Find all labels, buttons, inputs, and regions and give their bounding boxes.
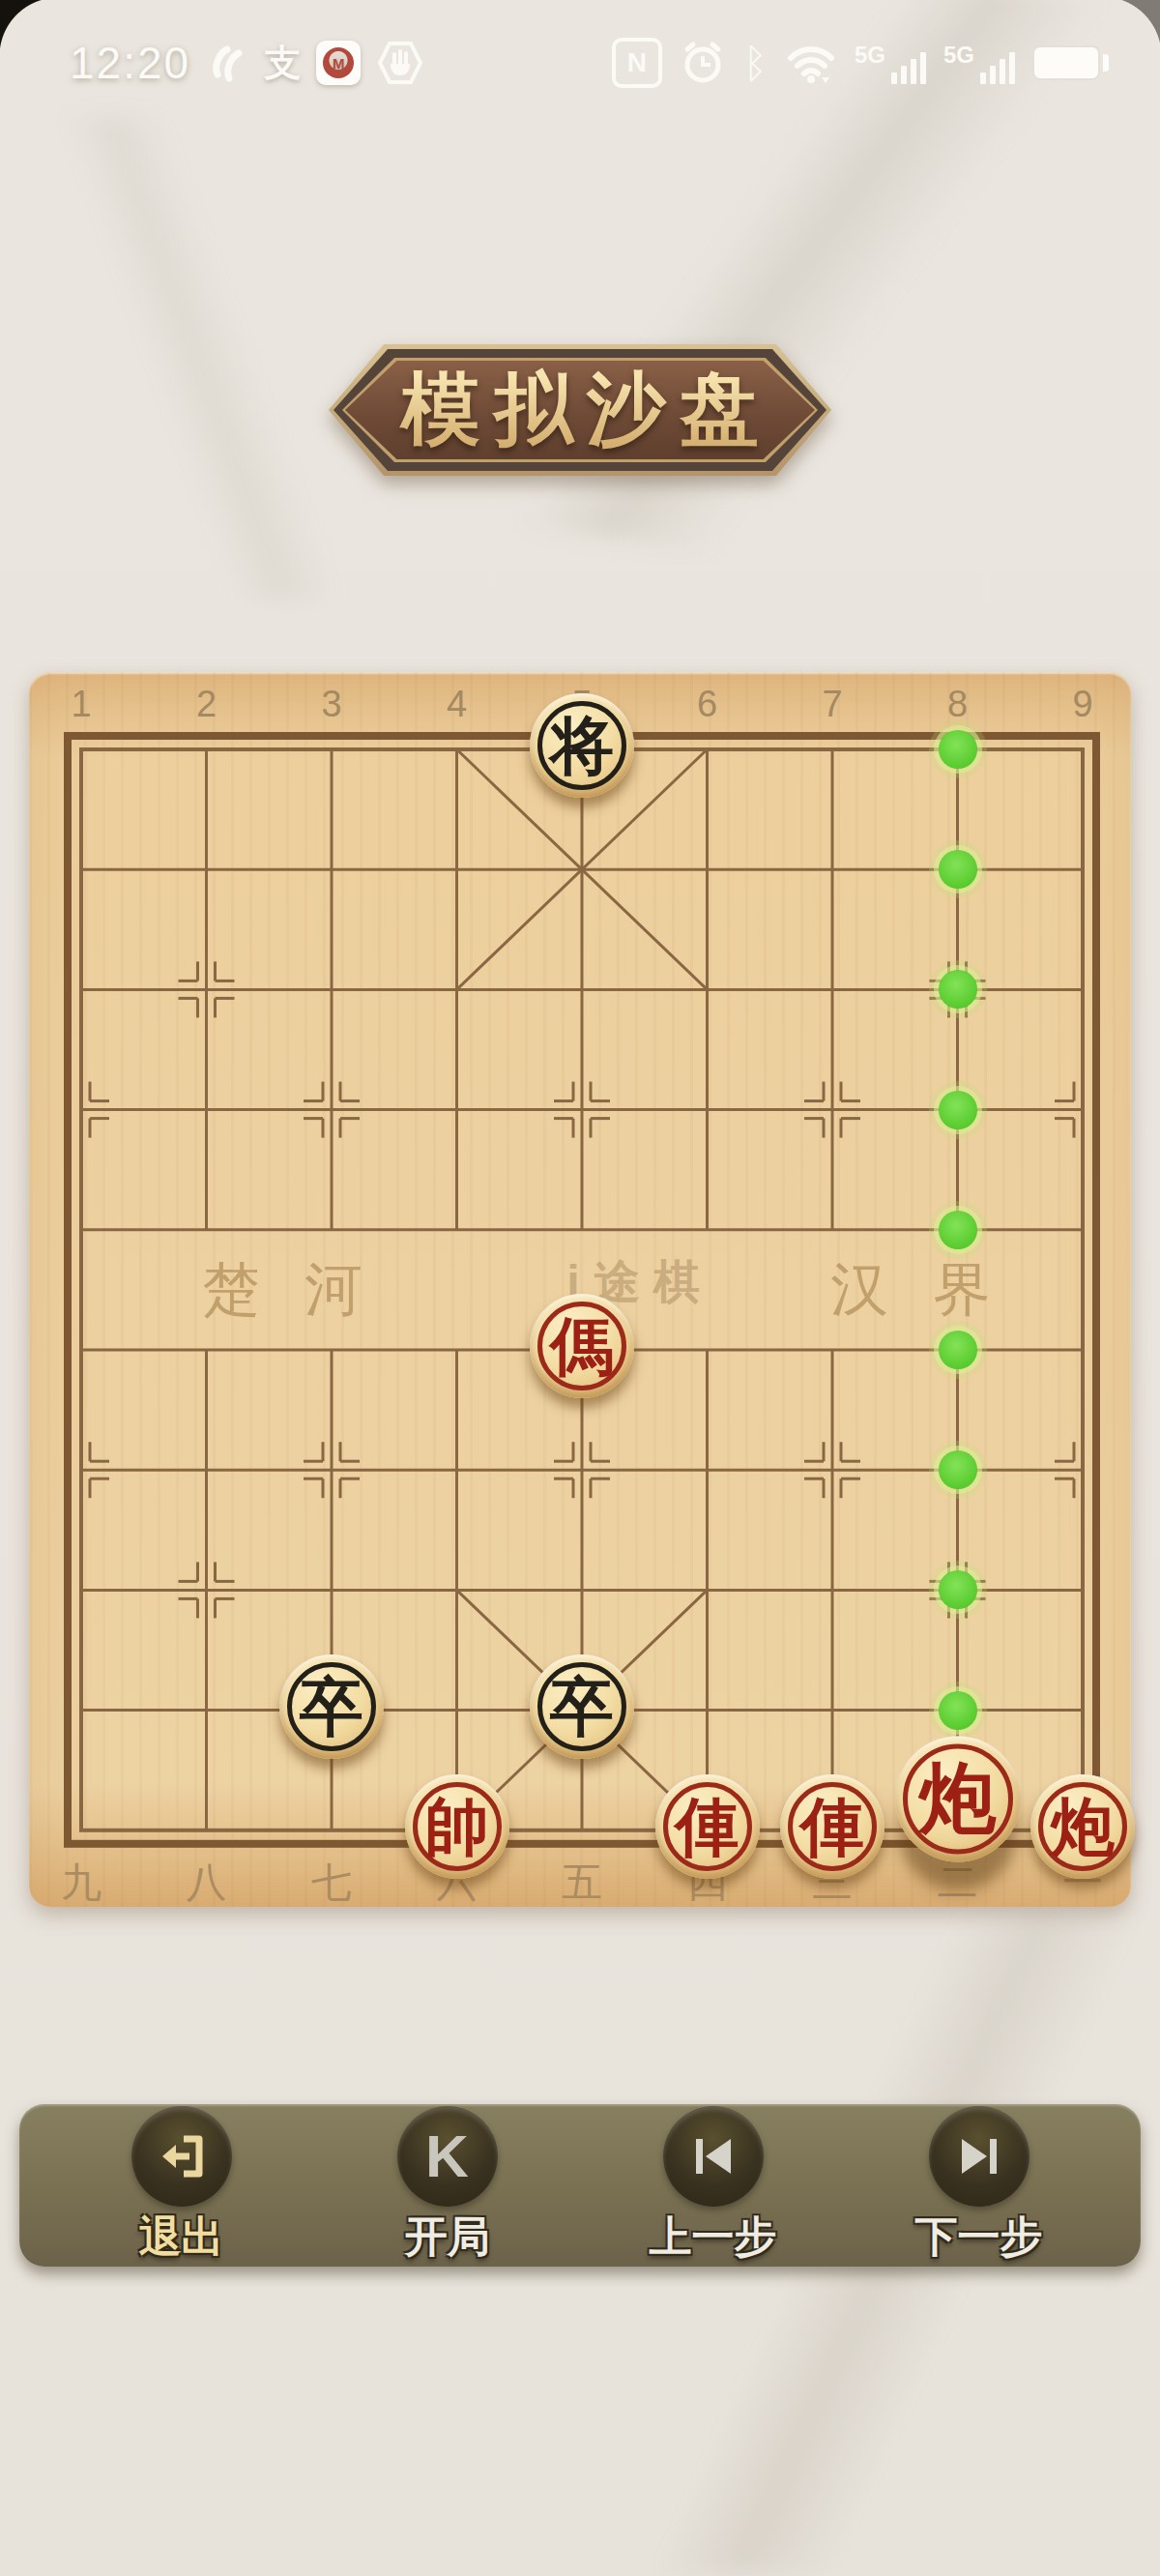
skip-to-start-icon: K: [397, 2106, 498, 2207]
move-hint-dot[interactable]: [939, 1211, 977, 1249]
piece-character: 炮: [919, 1760, 997, 1837]
bottom-toolbar: 退出K开局上一步下一步: [19, 2104, 1141, 2267]
move-hint-dot[interactable]: [939, 970, 977, 1009]
toolbar-button-step-back[interactable]: 上一步: [617, 2106, 810, 2266]
piece-character: 卒: [550, 1675, 614, 1739]
piece-character: 炮: [1051, 1795, 1115, 1859]
piece-character: 帥: [425, 1795, 489, 1859]
bluetooth-icon: ᛒ: [743, 40, 768, 87]
move-hint-dot[interactable]: [939, 1331, 977, 1369]
red-piece-帥[interactable]: 帥: [405, 1774, 509, 1879]
move-hint-dot[interactable]: [939, 1570, 977, 1609]
red-piece-炮-selected[interactable]: 炮: [895, 1736, 1021, 1861]
xiangqi-board[interactable]: 123456789九八七六五四三二一楚河汉界j途棋将傌卒卒帥俥俥炮炮: [29, 672, 1131, 1907]
phone-screen: 12:20 支 M N ᛒ 5G 5G: [0, 0, 1160, 2576]
toolbar-button-label: 上一步: [650, 2209, 777, 2266]
river-text-han-jie: 汉界: [786, 1250, 1035, 1329]
black-piece-卒[interactable]: 卒: [530, 1654, 634, 1759]
battery-icon: [1032, 45, 1100, 80]
piece-character: 卒: [300, 1675, 363, 1739]
page-title: 模拟沙盘: [329, 344, 831, 476]
red-piece-俥[interactable]: 俥: [780, 1774, 884, 1879]
wifi-icon: [785, 41, 837, 85]
river-text-chu-he: 楚河: [158, 1250, 407, 1329]
red-piece-炮[interactable]: 炮: [1030, 1774, 1135, 1879]
hand-hexagon-icon: [376, 39, 424, 87]
step-back-icon: [663, 2106, 764, 2207]
toolbar-button-label: 开局: [405, 2209, 490, 2266]
signal-5g-1: 5G: [855, 42, 926, 84]
screen-corner: [1102, 0, 1160, 56]
alarm-icon: [680, 40, 726, 86]
black-piece-将[interactable]: 将: [530, 693, 634, 798]
move-hint-dot[interactable]: [939, 850, 977, 889]
step-forward-icon: [929, 2106, 1029, 2207]
toolbar-button-exit[interactable]: 退出: [85, 2106, 278, 2266]
dual-stroke-icon: [206, 42, 248, 84]
piece-character: 将: [550, 714, 614, 777]
screen-corner: [0, 0, 58, 56]
toolbar-button-restart[interactable]: K开局: [351, 2106, 544, 2266]
toolbar-button-label: 退出: [139, 2209, 224, 2266]
red-piece-傌[interactable]: 傌: [530, 1294, 634, 1398]
nfc-icon: N: [612, 38, 662, 88]
clock-time: 12:20: [70, 37, 190, 89]
black-piece-卒[interactable]: 卒: [279, 1654, 384, 1759]
signal-5g-2: 5G: [943, 42, 1015, 84]
piece-character: 俥: [676, 1795, 739, 1859]
exit-door-arrow-icon: [131, 2106, 232, 2207]
move-hint-dot[interactable]: [939, 1091, 977, 1129]
title-banner: 模拟沙盘: [329, 344, 831, 476]
status-bar: 12:20 支 M N ᛒ 5G 5G: [0, 29, 1160, 106]
move-hint-dot[interactable]: [939, 1450, 977, 1489]
piece-character: 傌: [550, 1314, 614, 1378]
move-hint-dot[interactable]: [939, 730, 977, 769]
toolbar-button-label: 下一步: [915, 2209, 1043, 2266]
piece-character: 俥: [800, 1795, 864, 1859]
toolbar-button-step-forward[interactable]: 下一步: [883, 2106, 1076, 2266]
alipay-zhi-icon: 支: [264, 39, 301, 88]
move-hint-dot[interactable]: [939, 1691, 977, 1730]
red-piece-俥[interactable]: 俥: [655, 1774, 760, 1879]
red-seal-app-icon: M: [316, 41, 361, 85]
